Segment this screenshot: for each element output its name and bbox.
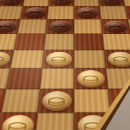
board-square[interactable]: ⛀ bbox=[38, 89, 74, 113]
checkers-board: ⛂⛂⛂⛂⛂⛂⛂⛂⛂⛀⛀⛀⛀⛀⛀⛀ bbox=[0, 0, 130, 130]
dark-piece[interactable]: ⛂ bbox=[0, 0, 23, 5]
board-square[interactable]: ⛂ bbox=[74, 6, 101, 19]
board-square[interactable] bbox=[100, 6, 128, 19]
light-piece[interactable]: ⛀ bbox=[77, 70, 105, 87]
light-piece[interactable]: ⛀ bbox=[107, 51, 130, 66]
light-piece[interactable]: ⛀ bbox=[41, 91, 71, 111]
board-square[interactable] bbox=[40, 68, 74, 89]
board-square[interactable] bbox=[44, 34, 74, 50]
board-square[interactable] bbox=[17, 19, 47, 34]
light-piece[interactable]: ⛀ bbox=[77, 115, 110, 130]
dark-piece[interactable]: ⛂ bbox=[100, 0, 122, 5]
board-square[interactable] bbox=[110, 113, 130, 130]
board-square[interactable]: ⛀ bbox=[74, 68, 108, 89]
board-square[interactable] bbox=[6, 68, 42, 89]
dark-piece[interactable]: ⛂ bbox=[23, 7, 46, 18]
board-square[interactable] bbox=[47, 6, 74, 19]
dark-piece[interactable]: ⛂ bbox=[76, 7, 98, 18]
board-square[interactable]: ⛂ bbox=[101, 19, 130, 34]
checkers-board-photo: ⛂⛂⛂⛂⛂⛂⛂⛂⛂⛀⛀⛀⛀⛀⛀⛀ bbox=[0, 0, 130, 130]
board-square[interactable]: ⛀ bbox=[104, 50, 130, 68]
board-square[interactable] bbox=[35, 113, 74, 130]
dark-piece[interactable]: ⛂ bbox=[127, 7, 130, 18]
board-square[interactable] bbox=[1, 89, 40, 113]
board-square[interactable]: ⛀ bbox=[0, 113, 38, 130]
board-square[interactable]: ⛀ bbox=[74, 113, 113, 130]
board-square[interactable] bbox=[14, 34, 46, 50]
board-square[interactable] bbox=[74, 19, 102, 34]
light-piece[interactable]: ⛀ bbox=[0, 115, 34, 130]
dark-piece[interactable]: ⛂ bbox=[103, 20, 128, 32]
board-square[interactable]: ⛂ bbox=[46, 19, 74, 34]
dark-piece[interactable]: ⛂ bbox=[48, 20, 72, 32]
board-square[interactable]: ⛀ bbox=[42, 50, 74, 68]
board-square[interactable] bbox=[106, 68, 130, 89]
board-square[interactable] bbox=[108, 89, 130, 113]
board-square[interactable]: ⛂ bbox=[20, 6, 48, 19]
board-square[interactable] bbox=[74, 89, 110, 113]
light-piece[interactable]: ⛀ bbox=[45, 51, 72, 66]
dark-piece[interactable]: ⛂ bbox=[0, 20, 18, 32]
board-square[interactable] bbox=[102, 34, 130, 50]
board-square[interactable] bbox=[74, 34, 104, 50]
light-piece[interactable]: ⛀ bbox=[0, 51, 11, 66]
dark-piece[interactable]: ⛂ bbox=[51, 0, 72, 5]
board-square[interactable] bbox=[74, 50, 106, 68]
board-square[interactable] bbox=[10, 50, 44, 68]
